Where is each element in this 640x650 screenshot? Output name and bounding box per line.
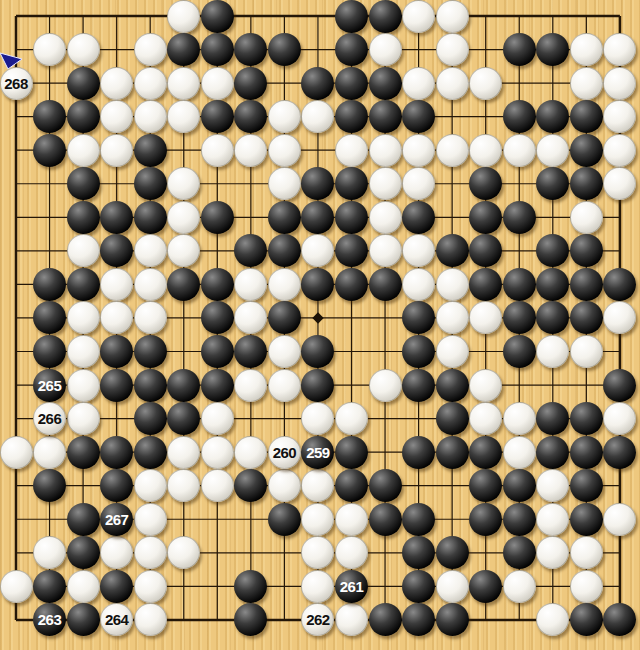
black-stone — [301, 167, 334, 200]
white-stone — [369, 33, 402, 66]
black-stone — [33, 570, 66, 603]
white-stone — [0, 436, 33, 469]
black-stone — [33, 268, 66, 301]
black-stone — [234, 100, 267, 133]
black-stone — [301, 201, 334, 234]
white-stone — [201, 402, 234, 435]
black-stone — [402, 335, 435, 368]
black-stone — [436, 234, 469, 267]
black-stone — [100, 234, 133, 267]
black-stone — [402, 503, 435, 536]
white-stone — [301, 100, 334, 133]
white-stone — [234, 436, 267, 469]
white-stone — [570, 335, 603, 368]
black-stone — [469, 268, 502, 301]
black-stone — [67, 268, 100, 301]
white-stone — [603, 33, 636, 66]
white-stone — [436, 570, 469, 603]
white-stone — [0, 570, 33, 603]
white-stone — [436, 0, 469, 33]
black-stone — [436, 436, 469, 469]
black-stone — [603, 603, 636, 636]
white-stone — [369, 201, 402, 234]
black-stone — [469, 436, 502, 469]
white-stone — [570, 536, 603, 569]
black-stone — [201, 0, 234, 33]
black-stone — [33, 469, 66, 502]
white-stone — [234, 369, 267, 402]
white-stone: 266 — [33, 402, 66, 435]
white-stone — [134, 503, 167, 536]
black-stone — [369, 469, 402, 502]
go-board[interactable]: 268265266260259267261263264262 — [0, 0, 640, 650]
black-stone — [570, 167, 603, 200]
black-stone — [503, 268, 536, 301]
white-stone — [603, 67, 636, 100]
white-stone — [100, 67, 133, 100]
black-stone — [201, 33, 234, 66]
black-stone — [268, 201, 301, 234]
black-stone — [469, 167, 502, 200]
black-stone — [33, 100, 66, 133]
black-stone: 261 — [335, 570, 368, 603]
white-stone — [134, 33, 167, 66]
black-stone — [335, 100, 368, 133]
black-stone — [503, 469, 536, 502]
white-stone: 260 — [268, 436, 301, 469]
white-stone — [335, 536, 368, 569]
white-stone — [503, 134, 536, 167]
white-stone — [402, 167, 435, 200]
black-stone — [402, 603, 435, 636]
star-point — [312, 312, 323, 323]
white-stone — [603, 100, 636, 133]
black-stone — [369, 603, 402, 636]
white-stone — [436, 134, 469, 167]
black-stone — [335, 234, 368, 267]
white-stone — [570, 67, 603, 100]
black-stone — [67, 436, 100, 469]
white-stone — [536, 134, 569, 167]
white-stone — [570, 201, 603, 234]
black-stone — [67, 201, 100, 234]
black-stone — [503, 201, 536, 234]
black-stone — [335, 0, 368, 33]
black-stone — [469, 570, 502, 603]
white-stone — [234, 134, 267, 167]
white-stone — [234, 268, 267, 301]
white-stone — [134, 570, 167, 603]
black-stone — [201, 201, 234, 234]
black-stone — [134, 436, 167, 469]
black-stone — [301, 335, 334, 368]
white-stone — [134, 268, 167, 301]
black-stone — [469, 201, 502, 234]
black-stone — [234, 603, 267, 636]
white-stone — [167, 234, 200, 267]
white-stone — [301, 402, 334, 435]
move-number-label: 265 — [38, 378, 62, 393]
white-stone — [134, 536, 167, 569]
white-stone — [402, 268, 435, 301]
black-stone — [134, 335, 167, 368]
black-stone — [570, 268, 603, 301]
black-stone — [234, 33, 267, 66]
white-stone: 262 — [301, 603, 334, 636]
white-stone — [335, 134, 368, 167]
black-stone — [436, 603, 469, 636]
white-stone: 268 — [0, 67, 33, 100]
black-stone — [402, 369, 435, 402]
white-stone — [268, 134, 301, 167]
black-stone — [167, 268, 200, 301]
black-stone — [402, 201, 435, 234]
black-stone — [570, 436, 603, 469]
move-number-label: 262 — [306, 612, 330, 627]
white-stone: 264 — [100, 603, 133, 636]
white-stone — [436, 335, 469, 368]
black-stone — [100, 469, 133, 502]
black-stone — [536, 402, 569, 435]
black-stone — [570, 469, 603, 502]
white-stone — [234, 301, 267, 334]
move-number-label: 264 — [105, 612, 129, 627]
white-stone — [167, 469, 200, 502]
black-stone — [603, 369, 636, 402]
black-stone — [536, 167, 569, 200]
black-stone — [503, 536, 536, 569]
white-stone — [369, 167, 402, 200]
white-stone — [469, 402, 502, 435]
white-stone — [570, 33, 603, 66]
white-stone — [436, 268, 469, 301]
white-stone — [100, 536, 133, 569]
white-stone — [301, 234, 334, 267]
black-stone: 263 — [33, 603, 66, 636]
white-stone — [436, 33, 469, 66]
black-stone — [335, 67, 368, 100]
white-stone — [67, 335, 100, 368]
black-stone — [402, 301, 435, 334]
black-stone — [536, 436, 569, 469]
move-number-label: 260 — [273, 445, 297, 460]
black-stone — [402, 536, 435, 569]
black-stone — [167, 402, 200, 435]
white-stone — [536, 536, 569, 569]
black-stone — [67, 100, 100, 133]
move-number-label: 259 — [306, 445, 330, 460]
white-stone — [603, 503, 636, 536]
white-stone — [67, 33, 100, 66]
black-stone — [603, 268, 636, 301]
black-stone — [67, 536, 100, 569]
black-stone — [436, 369, 469, 402]
black-stone — [570, 503, 603, 536]
black-stone — [134, 201, 167, 234]
white-stone — [67, 570, 100, 603]
white-stone — [201, 436, 234, 469]
black-stone — [301, 268, 334, 301]
black-stone — [536, 268, 569, 301]
black-stone — [503, 100, 536, 133]
black-stone — [503, 335, 536, 368]
white-stone — [335, 503, 368, 536]
black-stone — [301, 67, 334, 100]
white-stone — [201, 469, 234, 502]
move-number-label: 261 — [340, 579, 364, 594]
white-stone — [402, 0, 435, 33]
white-stone — [369, 134, 402, 167]
move-number-label: 263 — [38, 612, 62, 627]
white-stone — [469, 301, 502, 334]
black-stone — [335, 201, 368, 234]
black-stone — [503, 33, 536, 66]
black-stone — [167, 33, 200, 66]
white-stone — [503, 436, 536, 469]
white-stone — [301, 536, 334, 569]
white-stone — [201, 67, 234, 100]
black-stone — [201, 100, 234, 133]
black-stone — [67, 603, 100, 636]
black-stone: 259 — [301, 436, 334, 469]
white-stone — [603, 402, 636, 435]
white-stone — [167, 67, 200, 100]
white-stone — [603, 167, 636, 200]
black-stone — [536, 100, 569, 133]
white-stone — [134, 301, 167, 334]
white-stone — [100, 134, 133, 167]
white-stone — [67, 402, 100, 435]
white-stone — [167, 201, 200, 234]
black-stone — [536, 301, 569, 334]
black-stone — [436, 536, 469, 569]
black-stone — [402, 436, 435, 469]
black-stone — [134, 402, 167, 435]
white-stone — [536, 335, 569, 368]
black-stone — [570, 100, 603, 133]
black-stone — [201, 335, 234, 368]
black-stone — [100, 570, 133, 603]
white-stone — [369, 369, 402, 402]
black-stone — [201, 301, 234, 334]
black-stone — [167, 369, 200, 402]
black-stone — [100, 335, 133, 368]
white-stone — [301, 503, 334, 536]
black-stone — [100, 436, 133, 469]
white-stone — [268, 268, 301, 301]
black-stone — [33, 335, 66, 368]
white-stone — [100, 268, 133, 301]
black-stone — [335, 167, 368, 200]
black-stone — [402, 100, 435, 133]
white-stone — [503, 402, 536, 435]
black-stone — [100, 369, 133, 402]
white-stone — [335, 402, 368, 435]
black-stone — [234, 67, 267, 100]
white-stone — [436, 301, 469, 334]
black-stone — [570, 301, 603, 334]
black-stone — [536, 33, 569, 66]
white-stone — [503, 570, 536, 603]
black-stone — [67, 167, 100, 200]
white-stone — [603, 134, 636, 167]
black-stone — [67, 503, 100, 536]
white-stone — [268, 469, 301, 502]
black-stone — [67, 67, 100, 100]
white-stone — [167, 436, 200, 469]
white-stone — [167, 167, 200, 200]
white-stone — [402, 234, 435, 267]
black-stone — [469, 503, 502, 536]
black-stone — [234, 335, 267, 368]
black-stone — [369, 100, 402, 133]
white-stone — [469, 67, 502, 100]
black-stone — [201, 268, 234, 301]
white-stone — [167, 100, 200, 133]
black-stone — [335, 268, 368, 301]
move-number-label: 266 — [38, 411, 62, 426]
white-stone — [67, 134, 100, 167]
black-stone — [369, 503, 402, 536]
white-stone — [603, 301, 636, 334]
white-stone — [301, 469, 334, 502]
white-stone — [201, 134, 234, 167]
move-number-label: 267 — [105, 512, 129, 527]
white-stone — [536, 603, 569, 636]
black-stone — [369, 67, 402, 100]
white-stone — [67, 301, 100, 334]
black-stone — [268, 33, 301, 66]
white-stone — [268, 167, 301, 200]
black-stone — [570, 402, 603, 435]
white-stone — [167, 0, 200, 33]
black-stone — [369, 268, 402, 301]
white-stone — [33, 536, 66, 569]
black-stone — [469, 234, 502, 267]
black-stone — [503, 503, 536, 536]
black-stone — [234, 469, 267, 502]
black-stone — [536, 234, 569, 267]
white-stone — [469, 369, 502, 402]
white-stone — [268, 335, 301, 368]
black-stone — [570, 134, 603, 167]
white-stone — [268, 369, 301, 402]
black-stone — [301, 369, 334, 402]
white-stone — [134, 100, 167, 133]
black-stone — [369, 0, 402, 33]
black-stone — [134, 369, 167, 402]
black-stone — [436, 402, 469, 435]
black-stone — [234, 234, 267, 267]
white-stone — [402, 67, 435, 100]
black-stone — [503, 301, 536, 334]
black-stone — [570, 603, 603, 636]
black-stone — [134, 134, 167, 167]
white-stone — [33, 436, 66, 469]
black-stone: 265 — [33, 369, 66, 402]
black-stone — [268, 301, 301, 334]
black-stone — [268, 234, 301, 267]
white-stone — [33, 33, 66, 66]
white-stone — [67, 234, 100, 267]
white-stone — [536, 503, 569, 536]
black-stone — [234, 570, 267, 603]
black-stone — [201, 369, 234, 402]
white-stone — [134, 67, 167, 100]
white-stone — [100, 100, 133, 133]
white-stone — [570, 570, 603, 603]
black-stone — [603, 436, 636, 469]
white-stone — [536, 469, 569, 502]
white-stone — [402, 134, 435, 167]
black-stone — [33, 301, 66, 334]
black-stone — [335, 436, 368, 469]
white-stone — [134, 469, 167, 502]
black-stone — [33, 134, 66, 167]
white-stone — [469, 134, 502, 167]
move-number-label: 268 — [4, 76, 28, 91]
white-stone — [134, 603, 167, 636]
black-stone: 267 — [100, 503, 133, 536]
white-stone — [436, 67, 469, 100]
black-stone — [335, 469, 368, 502]
white-stone — [268, 100, 301, 133]
white-stone — [67, 369, 100, 402]
white-stone — [134, 234, 167, 267]
black-stone — [134, 167, 167, 200]
white-stone — [100, 301, 133, 334]
black-stone — [335, 33, 368, 66]
white-stone — [167, 536, 200, 569]
black-stone — [100, 201, 133, 234]
white-stone — [335, 603, 368, 636]
black-stone — [570, 234, 603, 267]
black-stone — [268, 503, 301, 536]
white-stone — [369, 234, 402, 267]
black-stone — [402, 570, 435, 603]
black-stone — [469, 469, 502, 502]
white-stone — [301, 570, 334, 603]
